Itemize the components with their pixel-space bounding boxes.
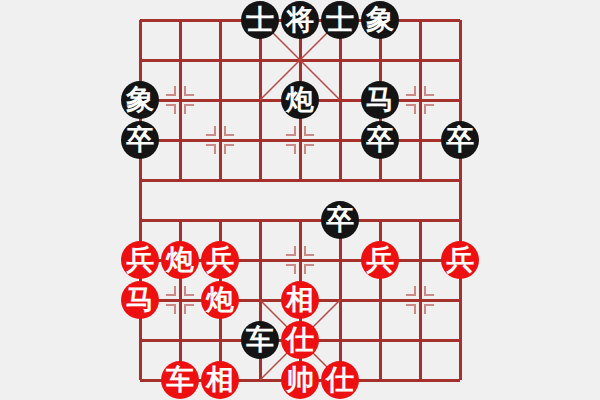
piece-red-advisor[interactable]: 仕: [281, 321, 319, 359]
piece-black-advisor[interactable]: 士: [241, 1, 279, 39]
piece-red-soldier[interactable]: 兵: [121, 241, 159, 279]
piece-red-elephant[interactable]: 相: [281, 281, 319, 319]
piece-red-general[interactable]: 帅: [281, 361, 319, 399]
pieces-layer: 士将士象象炮马卒卒卒卒车兵炮兵兵兵马炮相仕车相帅仕: [120, 0, 480, 400]
piece-red-horse[interactable]: 马: [121, 281, 159, 319]
piece-red-advisor[interactable]: 仕: [321, 361, 359, 399]
piece-red-soldier[interactable]: 兵: [441, 241, 479, 279]
piece-black-horse[interactable]: 马: [361, 81, 399, 119]
piece-black-cannon[interactable]: 炮: [281, 81, 319, 119]
piece-red-soldier[interactable]: 兵: [201, 241, 239, 279]
piece-black-elephant[interactable]: 象: [361, 1, 399, 39]
piece-black-soldier[interactable]: 卒: [441, 121, 479, 159]
xiangqi-board: 士将士象象炮马卒卒卒卒车兵炮兵兵兵马炮相仕车相帅仕: [0, 0, 600, 400]
piece-black-soldier[interactable]: 卒: [361, 121, 399, 159]
piece-red-cannon[interactable]: 炮: [201, 281, 239, 319]
piece-red-cannon[interactable]: 炮: [161, 241, 199, 279]
piece-red-soldier[interactable]: 兵: [361, 241, 399, 279]
piece-black-chariot[interactable]: 车: [241, 321, 279, 359]
piece-black-soldier[interactable]: 卒: [121, 121, 159, 159]
piece-black-soldier[interactable]: 卒: [321, 201, 359, 239]
piece-black-general[interactable]: 将: [281, 1, 319, 39]
piece-red-elephant[interactable]: 相: [201, 361, 239, 399]
piece-black-elephant[interactable]: 象: [121, 81, 159, 119]
piece-red-chariot[interactable]: 车: [161, 361, 199, 399]
piece-black-advisor[interactable]: 士: [321, 1, 359, 39]
